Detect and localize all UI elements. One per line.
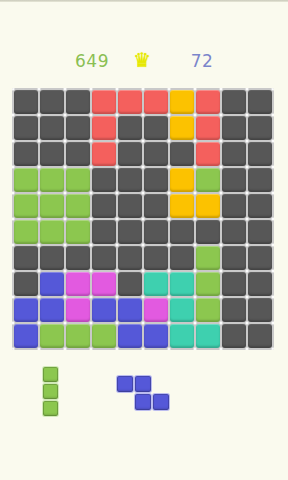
piece-cell [134, 375, 152, 393]
tray-piece-blue-z4[interactable] [116, 375, 170, 411]
piece-tray [0, 0, 288, 480]
piece-cell [134, 393, 152, 411]
app-screen: { "game": "1010-style block puzzle (10x1… [0, 0, 288, 480]
piece-cell [152, 393, 170, 411]
tray-piece-green-i3[interactable] [42, 366, 59, 417]
piece-cell [42, 366, 59, 383]
piece-cell [42, 383, 59, 400]
piece-cell [116, 375, 134, 393]
piece-cell [42, 400, 59, 417]
